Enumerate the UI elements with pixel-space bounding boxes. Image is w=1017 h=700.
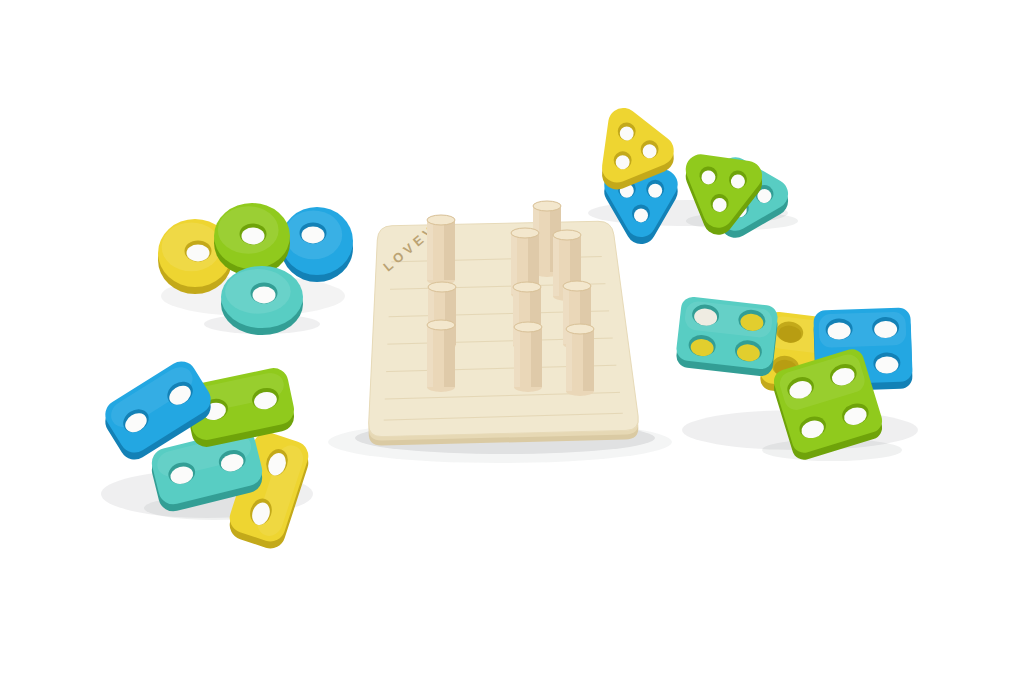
peg-top [513,282,541,292]
piece-hole [302,227,325,244]
peg-top [428,282,456,292]
toy-photo-canvas: LOVEVE [0,0,1017,700]
peg-top [427,320,455,330]
piece-hole [648,184,662,198]
piece-circle-blue [281,207,353,282]
piece-hole [242,228,265,245]
peg-four [566,324,594,396]
piece-circle-green [214,203,290,276]
piece-square-teal [674,296,779,378]
peg-top [563,281,591,291]
peg-top [514,322,542,332]
piece-hole [187,245,210,262]
peg-one [427,215,455,285]
piece-hole [253,287,276,304]
peg-top [566,324,594,334]
toy-photo: LOVEVE [0,0,1017,700]
piece-circle-teal [221,266,303,335]
peg-top [427,215,455,225]
peg-top [553,230,581,240]
piece-hole [634,208,648,222]
peg-top [511,228,539,238]
peg-top [533,201,561,211]
peg-four [514,322,542,392]
peg-two [427,320,455,392]
